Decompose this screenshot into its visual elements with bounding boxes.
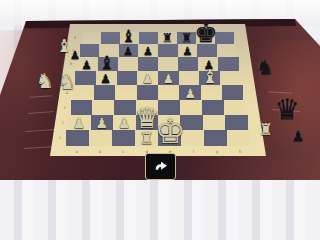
square-e4[interactable] — [158, 85, 179, 100]
piece-black-pawn-d7[interactable]: ♟ — [143, 46, 153, 57]
square-f6[interactable] — [178, 57, 198, 71]
captured-piece-black-knight[interactable]: ♞ — [256, 58, 274, 78]
square-a3[interactable] — [71, 100, 93, 115]
file-label-b: b — [99, 149, 102, 154]
square-h6[interactable] — [218, 57, 238, 71]
square-b1[interactable] — [89, 130, 112, 146]
square-h8[interactable] — [215, 32, 234, 44]
square-g1[interactable] — [204, 130, 227, 146]
captured-piece-black-pawn[interactable]: ♟ — [70, 50, 80, 62]
captured-piece-black-queen[interactable]: ♛ — [274, 96, 299, 124]
piece-black-pawn-a6[interactable]: ♟ — [81, 60, 92, 72]
square-c6[interactable] — [118, 57, 138, 71]
square-b8[interactable] — [101, 32, 120, 44]
square-f5[interactable] — [179, 71, 200, 85]
photo-scene: ♝♜♜♚♟♟♟♟♝♟♟♟♟♝♟♟♟♟♛♜♚♝♟♞♞♞♛♟♜ abcdefgh12… — [0, 0, 320, 180]
rank-label-6: 6 — [70, 62, 72, 66]
square-c3[interactable] — [114, 100, 136, 115]
rank-label-8: 8 — [74, 36, 76, 40]
piece-white-rook-d1[interactable]: ♜ — [140, 131, 155, 147]
file-label-c: c — [122, 149, 124, 154]
piece-white-pawn-b2[interactable]: ♟ — [95, 117, 107, 131]
square-d6[interactable] — [138, 57, 158, 71]
piece-black-bishop-b6[interactable]: ♝ — [99, 54, 115, 72]
piece-white-pawn-c2[interactable]: ♟ — [118, 117, 130, 131]
eboard-logo — [145, 153, 176, 180]
square-a1[interactable] — [66, 130, 89, 146]
square-c1[interactable] — [112, 130, 135, 146]
file-label-g: g — [216, 149, 219, 154]
captured-piece-white-knight[interactable]: ♞ — [36, 71, 54, 91]
square-g2[interactable] — [203, 115, 225, 130]
square-h4[interactable] — [222, 85, 243, 100]
piece-white-bishop-g5[interactable]: ♝ — [202, 67, 219, 86]
square-h3[interactable] — [224, 100, 246, 115]
piece-white-pawn-d5[interactable]: ♟ — [142, 73, 153, 85]
square-d4[interactable] — [137, 85, 158, 100]
captured-piece-black-pawn[interactable]: ♟ — [292, 129, 305, 143]
square-g3[interactable] — [202, 100, 224, 115]
square-e7[interactable] — [158, 44, 178, 57]
file-label-f: f — [193, 149, 194, 154]
square-a8[interactable] — [82, 32, 101, 44]
curved-arrow-icon — [153, 159, 169, 175]
square-a7[interactable] — [80, 44, 100, 57]
piece-white-pawn-e5[interactable]: ♟ — [163, 73, 174, 85]
square-h7[interactable] — [217, 44, 237, 57]
square-d8[interactable] — [139, 32, 158, 44]
piece-black-pawn-f7[interactable]: ♟ — [182, 46, 192, 57]
piece-black-bishop-c8[interactable]: ♝ — [121, 28, 136, 45]
piece-white-pawn-f4[interactable]: ♟ — [185, 88, 197, 101]
captured-piece-white-rook[interactable]: ♜ — [259, 122, 273, 138]
piece-black-pawn-c7[interactable]: ♟ — [123, 46, 133, 57]
square-h5[interactable] — [220, 71, 241, 85]
captured-piece-white-knight[interactable]: ♞ — [58, 72, 76, 93]
square-c4[interactable] — [115, 85, 136, 100]
rank-label-2: 2 — [61, 121, 63, 125]
piece-white-king-e1[interactable]: ♚ — [155, 115, 185, 149]
piece-black-pawn-b5[interactable]: ♟ — [100, 73, 111, 85]
piece-white-pawn-a2[interactable]: ♟ — [73, 117, 85, 131]
square-h1[interactable] — [227, 130, 250, 146]
piece-black-rook-f8[interactable]: ♜ — [181, 32, 192, 45]
square-e6[interactable] — [158, 57, 178, 71]
file-label-h: h — [239, 149, 242, 154]
file-label-a: a — [75, 149, 77, 154]
piece-black-rook-e8[interactable]: ♜ — [162, 32, 173, 45]
square-b4[interactable] — [94, 85, 115, 100]
rank-label-1: 1 — [59, 136, 61, 140]
square-h2[interactable] — [225, 115, 247, 130]
square-a5[interactable] — [75, 71, 96, 85]
rank-label-3: 3 — [64, 106, 66, 110]
piece-black-king-g8[interactable]: ♚ — [194, 20, 217, 46]
square-c5[interactable] — [117, 71, 138, 85]
square-b3[interactable] — [92, 100, 114, 115]
